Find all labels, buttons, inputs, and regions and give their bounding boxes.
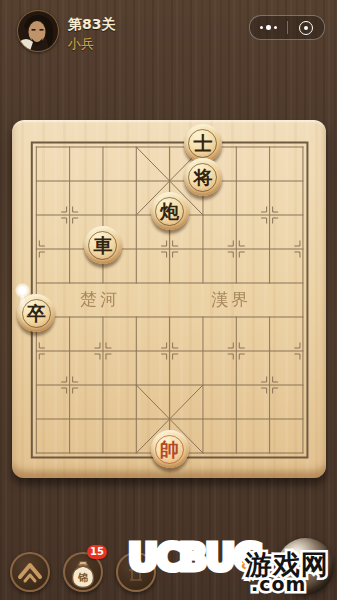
collapse-up-button[interactable] (10, 552, 50, 592)
river-label-left: 楚河 (80, 289, 120, 309)
piece-black-general[interactable]: 将 (184, 158, 222, 196)
wechat-exit-button[interactable] (288, 16, 325, 39)
river-label-right: 漢界 (211, 289, 251, 309)
hint-count-badge: 15 (87, 545, 107, 559)
more-dot-icon (260, 26, 263, 29)
avatar[interactable] (17, 10, 59, 52)
avatar-portrait-graphic (18, 11, 58, 51)
watermark-domain: .com (251, 573, 306, 595)
app-screen: 第83关 小兵 楚河 漢界 士将炮車卒帥 锦 (0, 0, 337, 600)
chevron-up-icon (10, 552, 50, 592)
watermark-brand-uc: UC (128, 536, 181, 579)
piece-red-general[interactable]: 帥 (151, 430, 189, 468)
piece-black-advisor[interactable]: 士 (184, 124, 222, 162)
more-dot-icon (266, 25, 271, 30)
more-dot-icon (274, 26, 277, 29)
difficulty-label: 小兵 (68, 35, 94, 53)
level-label: 第83关 (68, 16, 115, 34)
wechat-more-button[interactable] (250, 16, 287, 39)
xiangqi-board[interactable]: 楚河 漢界 士将炮車卒帥 (12, 120, 326, 478)
sparkle-trail (20, 295, 25, 312)
board-grid: 楚河 漢界 (12, 120, 326, 478)
wechat-capsule (249, 15, 325, 40)
piece-black-cannon[interactable]: 炮 (151, 192, 189, 230)
exit-target-icon (299, 21, 313, 35)
piece-black-chariot[interactable]: 車 (84, 226, 122, 264)
hint-bag-character: 锦 (77, 572, 88, 583)
